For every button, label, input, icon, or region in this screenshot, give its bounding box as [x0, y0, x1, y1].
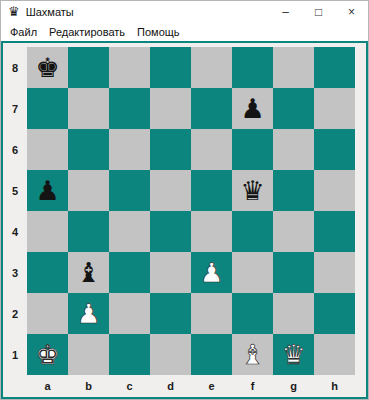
- file-label-b: b: [68, 375, 109, 397]
- chess-app-window: ♛ Шахматы – □ × ФайлРедактироватьПомощь …: [0, 0, 369, 400]
- square-g7[interactable]: [273, 88, 314, 129]
- caption-buttons: – □ ×: [269, 1, 368, 22]
- square-b6[interactable]: [68, 129, 109, 170]
- file-label-c: c: [109, 375, 150, 397]
- square-e6[interactable]: [191, 129, 232, 170]
- rank-label-4: 4: [3, 211, 27, 252]
- board: ♚♟♟♛♝♟♟♚♝♛: [27, 47, 355, 375]
- title-bar: ♛ Шахматы – □ ×: [1, 1, 368, 22]
- square-b7[interactable]: [68, 88, 109, 129]
- square-h4[interactable]: [314, 211, 355, 252]
- square-f2[interactable]: [232, 293, 273, 334]
- file-label-h: h: [314, 375, 355, 397]
- square-b1[interactable]: [68, 334, 109, 375]
- window-title: Шахматы: [26, 6, 74, 18]
- square-h3[interactable]: [314, 252, 355, 293]
- square-e3[interactable]: ♟: [191, 252, 232, 293]
- rank-label-6: 6: [3, 129, 27, 170]
- rank-label-8: 8: [3, 47, 27, 88]
- black-pawn[interactable]: ♟: [240, 95, 264, 122]
- file-label-d: d: [150, 375, 191, 397]
- square-g8[interactable]: [273, 47, 314, 88]
- rank-label-3: 3: [3, 252, 27, 293]
- app-icon-queen-crown: ♛: [8, 5, 20, 18]
- square-c5[interactable]: [109, 170, 150, 211]
- square-e7[interactable]: [191, 88, 232, 129]
- menu-item-редактировать[interactable]: Редактировать: [43, 26, 131, 38]
- black-bishop[interactable]: ♝: [76, 259, 100, 286]
- square-f5[interactable]: ♛: [232, 170, 273, 211]
- square-g6[interactable]: [273, 129, 314, 170]
- square-e8[interactable]: [191, 47, 232, 88]
- square-c8[interactable]: [109, 47, 150, 88]
- square-e4[interactable]: [191, 211, 232, 252]
- square-g5[interactable]: [273, 170, 314, 211]
- square-a6[interactable]: [27, 129, 68, 170]
- menu-item-помощь[interactable]: Помощь: [131, 26, 186, 38]
- square-f1[interactable]: ♝: [232, 334, 273, 375]
- white-pawn[interactable]: ♟: [199, 259, 223, 286]
- square-f6[interactable]: [232, 129, 273, 170]
- square-d4[interactable]: [150, 211, 191, 252]
- square-d7[interactable]: [150, 88, 191, 129]
- square-h5[interactable]: [314, 170, 355, 211]
- square-c1[interactable]: [109, 334, 150, 375]
- file-labels: abcdefgh: [27, 375, 355, 397]
- file-label-g: g: [273, 375, 314, 397]
- square-g3[interactable]: [273, 252, 314, 293]
- square-c3[interactable]: [109, 252, 150, 293]
- square-b5[interactable]: [68, 170, 109, 211]
- rank-label-2: 2: [3, 293, 27, 334]
- square-h8[interactable]: [314, 47, 355, 88]
- square-h1[interactable]: [314, 334, 355, 375]
- menu-bar: ФайлРедактироватьПомощь: [1, 22, 368, 41]
- square-b2[interactable]: ♟: [68, 293, 109, 334]
- rank-labels: 87654321: [3, 47, 27, 375]
- rank-label-7: 7: [3, 88, 27, 129]
- white-pawn[interactable]: ♟: [76, 300, 100, 327]
- file-label-a: a: [27, 375, 68, 397]
- square-d5[interactable]: [150, 170, 191, 211]
- square-h7[interactable]: [314, 88, 355, 129]
- square-e2[interactable]: [191, 293, 232, 334]
- menu-item-файл[interactable]: Файл: [4, 26, 43, 38]
- square-f7[interactable]: ♟: [232, 88, 273, 129]
- square-g2[interactable]: [273, 293, 314, 334]
- square-c2[interactable]: [109, 293, 150, 334]
- rank-label-1: 1: [3, 334, 27, 375]
- black-king[interactable]: ♚: [35, 54, 59, 81]
- square-a3[interactable]: [27, 252, 68, 293]
- square-d6[interactable]: [150, 129, 191, 170]
- square-c4[interactable]: [109, 211, 150, 252]
- square-f3[interactable]: [232, 252, 273, 293]
- square-d3[interactable]: [150, 252, 191, 293]
- square-c6[interactable]: [109, 129, 150, 170]
- square-h6[interactable]: [314, 129, 355, 170]
- square-a7[interactable]: [27, 88, 68, 129]
- white-queen[interactable]: ♛: [281, 341, 305, 368]
- file-label-e: e: [191, 375, 232, 397]
- square-g1[interactable]: ♛: [273, 334, 314, 375]
- close-button[interactable]: ×: [335, 1, 368, 22]
- rank-label-5: 5: [3, 170, 27, 211]
- square-d2[interactable]: [150, 293, 191, 334]
- square-c7[interactable]: [109, 88, 150, 129]
- white-bishop[interactable]: ♝: [240, 341, 264, 368]
- square-h2[interactable]: [314, 293, 355, 334]
- square-a2[interactable]: [27, 293, 68, 334]
- square-d8[interactable]: [150, 47, 191, 88]
- black-pawn[interactable]: ♟: [35, 177, 59, 204]
- square-b3[interactable]: ♝: [68, 252, 109, 293]
- square-a4[interactable]: [27, 211, 68, 252]
- square-d1[interactable]: [150, 334, 191, 375]
- maximize-button[interactable]: □: [302, 1, 335, 22]
- client-area: 87654321 ♚♟♟♛♝♟♟♚♝♛ abcdefgh: [1, 41, 368, 399]
- minimize-button[interactable]: –: [269, 1, 302, 22]
- square-a5[interactable]: ♟: [27, 170, 68, 211]
- black-queen[interactable]: ♛: [240, 177, 264, 204]
- square-a8[interactable]: ♚: [27, 47, 68, 88]
- square-f4[interactable]: [232, 211, 273, 252]
- square-e5[interactable]: [191, 170, 232, 211]
- file-label-f: f: [232, 375, 273, 397]
- square-f8[interactable]: [232, 47, 273, 88]
- square-a1[interactable]: ♚: [27, 334, 68, 375]
- square-b4[interactable]: [68, 211, 109, 252]
- square-g4[interactable]: [273, 211, 314, 252]
- white-king[interactable]: ♚: [35, 341, 59, 368]
- square-b8[interactable]: [68, 47, 109, 88]
- square-e1[interactable]: [191, 334, 232, 375]
